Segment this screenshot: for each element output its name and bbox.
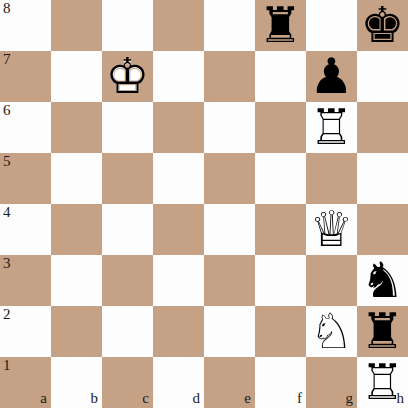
square-c4[interactable] [102, 204, 153, 255]
square-c6[interactable] [102, 102, 153, 153]
square-g4[interactable]: ♛♕ [306, 204, 357, 255]
piece-white-queen-g4[interactable]: ♛♕ [306, 204, 357, 255]
square-e1[interactable] [204, 357, 255, 408]
square-g7[interactable]: ♟ [306, 51, 357, 102]
white-piece-outline: ♕ [306, 204, 357, 255]
square-g5[interactable] [306, 153, 357, 204]
square-h6[interactable] [357, 102, 408, 153]
square-d4[interactable] [153, 204, 204, 255]
square-c5[interactable] [102, 153, 153, 204]
square-f1[interactable] [255, 357, 306, 408]
square-h3[interactable]: ♞ [357, 255, 408, 306]
square-e4[interactable] [204, 204, 255, 255]
square-d2[interactable] [153, 306, 204, 357]
square-a5[interactable] [0, 153, 51, 204]
square-f8[interactable]: ♜ [255, 0, 306, 51]
square-e5[interactable] [204, 153, 255, 204]
square-d7[interactable] [153, 51, 204, 102]
square-c2[interactable] [102, 306, 153, 357]
square-c1[interactable] [102, 357, 153, 408]
square-a7[interactable] [0, 51, 51, 102]
square-a4[interactable] [0, 204, 51, 255]
piece-black-king-h8[interactable]: ♚ [357, 0, 408, 51]
square-e6[interactable] [204, 102, 255, 153]
square-d5[interactable] [153, 153, 204, 204]
square-g3[interactable] [306, 255, 357, 306]
square-b1[interactable] [51, 357, 102, 408]
square-f4[interactable] [255, 204, 306, 255]
square-b8[interactable] [51, 0, 102, 51]
square-e8[interactable] [204, 0, 255, 51]
square-e7[interactable] [204, 51, 255, 102]
piece-white-knight-g2[interactable]: ♞♘ [306, 306, 357, 357]
square-a1[interactable] [0, 357, 51, 408]
square-h1[interactable]: ♜♖ [357, 357, 408, 408]
square-c3[interactable] [102, 255, 153, 306]
square-b6[interactable] [51, 102, 102, 153]
square-d1[interactable] [153, 357, 204, 408]
square-f7[interactable] [255, 51, 306, 102]
square-a8[interactable] [0, 0, 51, 51]
square-h5[interactable] [357, 153, 408, 204]
square-e2[interactable] [204, 306, 255, 357]
square-h4[interactable] [357, 204, 408, 255]
piece-black-rook-h2[interactable]: ♜ [357, 306, 408, 357]
square-a3[interactable] [0, 255, 51, 306]
piece-white-rook-h1[interactable]: ♜♖ [357, 357, 408, 408]
square-g2[interactable]: ♞♘ [306, 306, 357, 357]
piece-black-knight-h3[interactable]: ♞ [357, 255, 408, 306]
square-b2[interactable] [51, 306, 102, 357]
white-piece-outline: ♖ [306, 102, 357, 153]
square-f5[interactable] [255, 153, 306, 204]
square-b7[interactable] [51, 51, 102, 102]
square-f2[interactable] [255, 306, 306, 357]
square-d6[interactable] [153, 102, 204, 153]
square-c7[interactable]: ♚♔ [102, 51, 153, 102]
square-b5[interactable] [51, 153, 102, 204]
square-e3[interactable] [204, 255, 255, 306]
square-f6[interactable] [255, 102, 306, 153]
piece-white-rook-g6[interactable]: ♜♖ [306, 102, 357, 153]
square-b4[interactable] [51, 204, 102, 255]
chess-board: ♜♚♚♔♟♜♖♛♕♞♞♘♜♜♖87654321abcdefgh [0, 0, 408, 408]
square-c8[interactable] [102, 0, 153, 51]
piece-white-king-c7[interactable]: ♚♔ [102, 51, 153, 102]
square-h7[interactable] [357, 51, 408, 102]
square-g8[interactable] [306, 0, 357, 51]
square-a6[interactable] [0, 102, 51, 153]
square-h8[interactable]: ♚ [357, 0, 408, 51]
square-h2[interactable]: ♜ [357, 306, 408, 357]
square-g1[interactable] [306, 357, 357, 408]
square-a2[interactable] [0, 306, 51, 357]
square-d8[interactable] [153, 0, 204, 51]
square-d3[interactable] [153, 255, 204, 306]
piece-black-pawn-g7[interactable]: ♟ [306, 51, 357, 102]
piece-black-rook-f8[interactable]: ♜ [255, 0, 306, 51]
square-f3[interactable] [255, 255, 306, 306]
white-piece-outline: ♔ [102, 51, 153, 102]
white-piece-outline: ♘ [306, 306, 357, 357]
white-piece-outline: ♖ [357, 357, 408, 408]
chess-board-wrap: ♜♚♚♔♟♜♖♛♕♞♞♘♜♜♖87654321abcdefgh [0, 0, 408, 408]
square-b3[interactable] [51, 255, 102, 306]
square-g6[interactable]: ♜♖ [306, 102, 357, 153]
